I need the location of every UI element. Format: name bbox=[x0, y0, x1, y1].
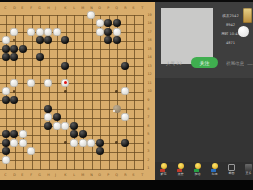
coordinate-label: L bbox=[73, 6, 75, 9]
coordinate-label: E bbox=[21, 173, 23, 176]
toolbar-item-gift-blue[interactable]: 礼物 bbox=[206, 162, 223, 180]
coordinate-label: 15 bbox=[147, 47, 151, 50]
app-window: CCDDEEFFGGHHJJKKLLMMNNOOPPQQRRSSTT191817… bbox=[0, 0, 253, 190]
stone-black bbox=[36, 36, 44, 44]
stone-black bbox=[2, 45, 10, 53]
stone-black bbox=[2, 147, 10, 155]
player-info-line: 4871 bbox=[216, 38, 246, 46]
coordinate-label: 1 bbox=[147, 167, 149, 170]
viewer-count-label: 人气 22 bbox=[166, 60, 182, 65]
stone-black bbox=[70, 122, 78, 130]
toolbar-item-label: 加油 bbox=[190, 173, 204, 176]
gift-blue-icon bbox=[210, 163, 219, 172]
stone-white bbox=[27, 28, 35, 36]
star-point bbox=[64, 90, 67, 93]
stone-black bbox=[104, 28, 112, 36]
coordinate-label: 10 bbox=[147, 90, 151, 93]
gift-red-icon bbox=[176, 163, 185, 172]
toolbar-item-more[interactable]: 更多 bbox=[240, 162, 253, 180]
coordinate-label: R bbox=[124, 173, 126, 176]
coordinate-label: 18 bbox=[147, 21, 151, 24]
coordinate-label: O bbox=[98, 173, 101, 176]
coordinate-label: 3 bbox=[147, 150, 149, 153]
stone-white bbox=[19, 139, 27, 147]
coordinate-label: J bbox=[55, 173, 56, 176]
stone-black bbox=[79, 130, 87, 138]
gift-green-icon bbox=[193, 163, 202, 172]
star-point bbox=[115, 90, 118, 93]
stone-white bbox=[70, 139, 78, 147]
stone-black bbox=[44, 105, 52, 113]
toolbar-item-label: 截图 bbox=[224, 172, 238, 175]
stone-black bbox=[2, 53, 10, 61]
stone-black bbox=[19, 45, 27, 53]
stone-white bbox=[10, 139, 18, 147]
stone-white bbox=[2, 156, 10, 164]
coordinate-label: 19 bbox=[147, 13, 151, 16]
coordinate-label: R bbox=[124, 6, 126, 9]
coordinate-label: T bbox=[141, 173, 143, 176]
coordinate-label: 2 bbox=[147, 158, 149, 161]
coordinate-label: S bbox=[133, 173, 135, 176]
stone-white bbox=[10, 28, 18, 36]
coordinate-label: 9 bbox=[147, 98, 149, 101]
toolbar-item-label: 点赞 bbox=[173, 173, 187, 176]
star-point bbox=[64, 141, 67, 144]
coordinate-label: 13 bbox=[147, 64, 151, 67]
toolbar-item-gift-green[interactable]: 加油 bbox=[189, 162, 206, 180]
coordinate-label: 11 bbox=[147, 81, 151, 84]
coordinate-label: F bbox=[30, 173, 32, 176]
coordinate-label: G bbox=[39, 173, 42, 176]
coordinate-label: 14 bbox=[147, 56, 151, 59]
stone-black bbox=[96, 147, 104, 155]
stone-white bbox=[96, 28, 104, 36]
coordinate-label: P bbox=[107, 173, 109, 176]
coordinate-label: K bbox=[64, 6, 66, 9]
stone-white bbox=[10, 79, 18, 87]
coordinate-label: 16 bbox=[147, 38, 151, 41]
coordinate-label: 7 bbox=[147, 115, 149, 118]
coordinate-label: 17 bbox=[147, 30, 151, 33]
coordinate-label: F bbox=[30, 6, 32, 9]
coordinate-label: T bbox=[141, 6, 143, 9]
more-icon bbox=[245, 164, 252, 171]
coordinate-label: 5 bbox=[147, 132, 149, 135]
coordinate-label: C bbox=[4, 173, 6, 176]
toolbar-item-camera[interactable]: 截图 bbox=[223, 162, 240, 180]
coordinate-label: E bbox=[21, 6, 23, 9]
coordinate-label: M bbox=[81, 173, 84, 176]
stone-white bbox=[19, 130, 27, 138]
stone-black bbox=[2, 130, 10, 138]
coordinate-label: N bbox=[90, 173, 93, 176]
coordinate-label: C bbox=[4, 6, 6, 9]
stone-black bbox=[96, 139, 104, 147]
more-options-icon[interactable]: — bbox=[247, 60, 253, 67]
toolbar-item-label: 鲜花 bbox=[156, 173, 170, 176]
stone-black bbox=[44, 122, 52, 130]
side-panel: 棋友25428942用时 10:434871 人气 22 关注 棋局信息 — 鲜… bbox=[155, 2, 253, 180]
stone-white bbox=[79, 139, 87, 147]
go-board[interactable]: CCDDEEFFGGHHJJKKLLMMNNOOPPQQRRSSTT191817… bbox=[0, 2, 155, 180]
gift-red-icon bbox=[159, 163, 168, 172]
coordinate-label: K bbox=[64, 173, 66, 176]
stone-black bbox=[53, 113, 61, 121]
bottom-letterbox bbox=[0, 180, 253, 190]
stone-black bbox=[10, 45, 18, 53]
coordinate-label: Q bbox=[115, 173, 118, 176]
stone-black bbox=[2, 96, 10, 104]
follow-button[interactable]: 关注 bbox=[191, 57, 218, 68]
coordinate-label: H bbox=[47, 6, 50, 9]
coordinate-label: D bbox=[13, 173, 16, 176]
rank-badge-icon bbox=[243, 8, 252, 23]
toolbar-item-label: 更多 bbox=[241, 172, 253, 175]
coordinate-label: 8 bbox=[147, 107, 149, 110]
coordinate-label: 4 bbox=[147, 141, 149, 144]
toolbar-item-gift-red[interactable]: 点赞 bbox=[172, 162, 189, 180]
coordinate-label: 6 bbox=[147, 124, 149, 127]
coordinate-label: H bbox=[47, 173, 50, 176]
coordinate-label: G bbox=[39, 6, 42, 9]
stone-white bbox=[2, 36, 10, 44]
player-info-line: 棋友2542 bbox=[216, 11, 246, 19]
stone-white bbox=[44, 28, 52, 36]
coordinate-label: S bbox=[133, 6, 135, 9]
stone-black bbox=[2, 139, 10, 147]
gift-toolbar: 鲜花点赞加油礼物截图更多 bbox=[155, 162, 253, 180]
coordinate-label: M bbox=[81, 6, 84, 9]
white-stone-indicator-icon bbox=[238, 26, 249, 37]
toolbar-item-gift-red[interactable]: 鲜花 bbox=[155, 162, 172, 180]
stone-white bbox=[36, 28, 44, 36]
coordinate-label: L bbox=[73, 173, 75, 176]
toolbar-item-label: 礼物 bbox=[207, 173, 221, 176]
top-letterbox bbox=[0, 0, 253, 2]
coordinate-label: D bbox=[13, 6, 16, 9]
stone-white bbox=[87, 11, 95, 19]
coordinate-label: O bbox=[98, 6, 101, 9]
stone-black bbox=[113, 19, 121, 27]
coordinate-label: P bbox=[107, 6, 109, 9]
game-info-label[interactable]: 棋局信息 bbox=[226, 60, 244, 65]
stone-white bbox=[53, 28, 61, 36]
stone-white bbox=[96, 19, 104, 27]
camera-icon bbox=[228, 164, 235, 171]
stone-black bbox=[113, 36, 121, 44]
action-row: 人气 22 关注 棋局信息 — bbox=[155, 56, 253, 70]
stone-white bbox=[113, 28, 121, 36]
stone-white bbox=[53, 122, 61, 130]
coordinate-label: J bbox=[55, 6, 56, 9]
stone-white bbox=[87, 139, 95, 147]
coordinate-label: 12 bbox=[147, 73, 151, 76]
coordinate-label: N bbox=[90, 6, 93, 9]
coordinate-label: Q bbox=[115, 6, 118, 9]
